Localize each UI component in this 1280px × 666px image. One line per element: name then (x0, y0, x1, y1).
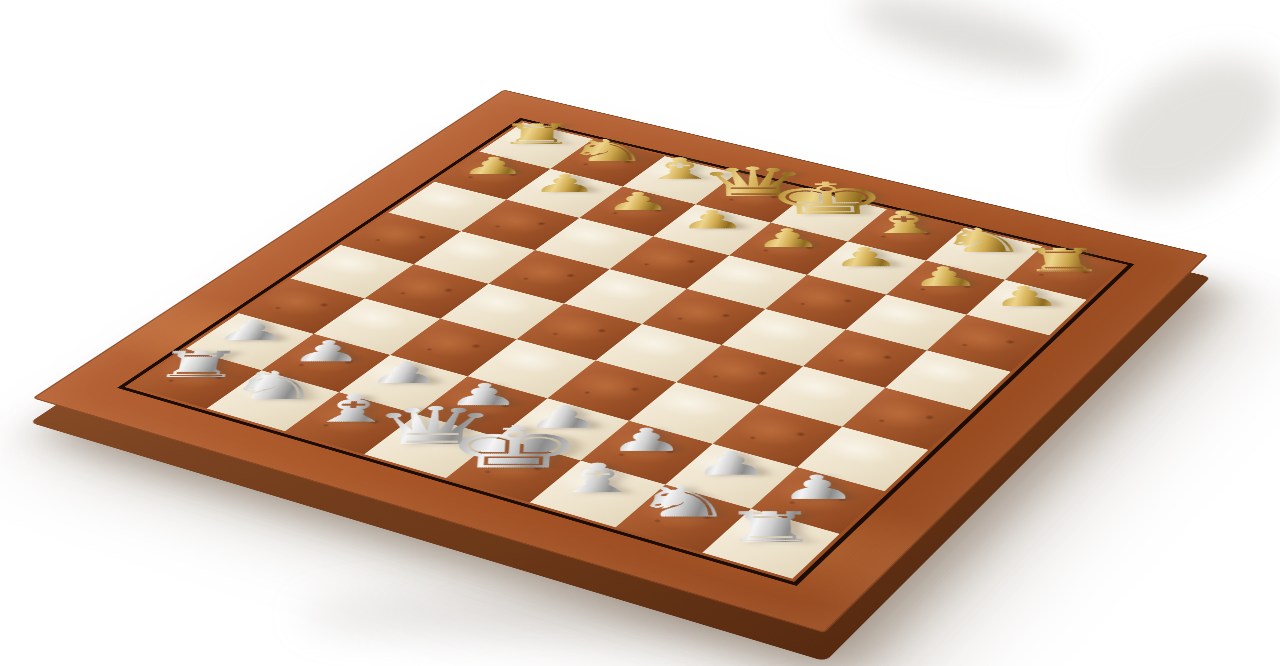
square-h5[interactable] (886, 350, 1011, 410)
square-e2[interactable] (498, 398, 629, 461)
white-pawn-glyph: ♟ (691, 447, 772, 480)
white-bishop-glyph: ♝ (548, 458, 647, 498)
square-h1[interactable] (703, 509, 840, 579)
cast-shadow-right (1073, 28, 1280, 232)
square-e4[interactable] (596, 324, 722, 382)
board-burl-frame: ♜♞♟♝♟♛♟♚♟♝♟♞♟♜♟♟♟♟♜♟♞♟♝♟♛♟♚♟♝♟♞♜ (32, 90, 1208, 634)
white-knight-glyph: ♞ (631, 480, 737, 524)
square-g4[interactable] (758, 366, 885, 427)
square-g5[interactable] (803, 330, 927, 388)
white-pawn-glyph: ♟ (212, 316, 292, 345)
square-g1[interactable] (615, 485, 751, 553)
black-pawn-glyph: ♟ (677, 207, 748, 232)
square-f2[interactable] (580, 421, 712, 485)
playing-area: ♜♞♟♝♟♛♟♚♟♝♟♞♟♜♟♟♟♟♜♟♞♟♝♟♛♟♚♟♝♟♞♜ (117, 118, 1134, 586)
square-f3[interactable] (629, 382, 758, 444)
black-rook-glyph: ♜ (1015, 244, 1110, 276)
square-g3[interactable] (713, 404, 843, 467)
white-knight-glyph: ♞ (222, 366, 328, 405)
square-b1[interactable] (207, 370, 339, 431)
white-pawn-glyph: ♟ (776, 471, 859, 504)
square-e3[interactable] (548, 360, 676, 420)
square-c3[interactable] (390, 318, 517, 376)
white-pawn-glyph: ♟ (444, 379, 523, 410)
black-pawn-glyph: ♟ (828, 244, 903, 271)
square-d1[interactable] (364, 414, 498, 478)
cast-shadow-top (847, 0, 1083, 89)
white-queen-glyph: ♛ (365, 400, 501, 453)
chess-board-3d: ♜♞♟♝♟♛♟♚♟♝♟♞♟♜♟♟♟♟♜♟♞♟♝♟♛♟♚♟♝♟♞♜ (32, 90, 1208, 634)
square-d3[interactable] (468, 339, 596, 398)
white-king-glyph: ♚ (441, 419, 586, 477)
white-pawn-glyph: ♟ (365, 358, 445, 388)
product-photo-stage: ♜♞♟♝♟♛♟♚♟♝♟♞♟♜♟♟♟♟♜♟♞♟♝♟♛♟♚♟♝♟♞♜ (0, 0, 1280, 666)
square-g2[interactable] (665, 444, 798, 509)
black-pawn-glyph: ♟ (530, 171, 600, 195)
black-pawn-glyph: ♟ (458, 154, 528, 178)
square-d2[interactable] (417, 376, 548, 437)
white-pawn-glyph: ♟ (287, 337, 367, 366)
black-pawn-glyph: ♟ (986, 283, 1065, 311)
white-pawn-glyph: ♟ (607, 424, 686, 456)
square-h4[interactable] (842, 388, 970, 450)
square-h2[interactable] (751, 467, 885, 534)
square-h3[interactable] (798, 427, 929, 491)
square-f4[interactable] (676, 345, 802, 404)
white-rook-glyph: ♜ (720, 506, 822, 548)
square-f1[interactable] (530, 461, 665, 528)
square-e1[interactable] (446, 437, 580, 502)
black-pawn-glyph: ♟ (906, 263, 983, 290)
black-pawn-glyph: ♟ (603, 189, 673, 214)
black-pawn-glyph: ♟ (752, 225, 825, 251)
